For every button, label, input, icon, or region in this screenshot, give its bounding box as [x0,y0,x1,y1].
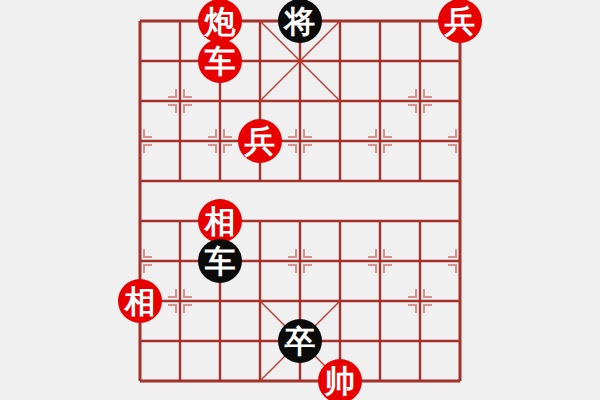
piece-red-soldier-1[interactable]: 兵 [438,0,482,43]
piece-label: 车 [205,46,236,77]
piece-red-cannon[interactable]: 炮 [198,0,242,43]
piece-black-general[interactable]: 将 [278,0,322,43]
piece-red-chariot[interactable]: 车 [198,39,242,83]
piece-label: 兵 [445,6,476,37]
piece-red-soldier-2[interactable]: 兵 [238,119,282,163]
piece-black-soldier[interactable]: 卒 [278,319,322,363]
piece-label: 炮 [205,6,236,37]
piece-label: 将 [285,6,316,37]
piece-red-elephant-1[interactable]: 相 [198,199,242,243]
piece-label: 卒 [285,326,316,357]
piece-black-chariot[interactable]: 车 [198,239,242,283]
piece-red-general[interactable]: 帅 [318,359,362,400]
piece-red-elephant-2[interactable]: 相 [118,279,162,323]
piece-label: 车 [205,246,236,277]
piece-label: 相 [205,206,236,237]
piece-label: 相 [125,286,156,317]
piece-label: 帅 [325,366,356,397]
piece-grid[interactable]: 炮车兵兵相相帅将车卒 [120,1,480,400]
xiangqi-board: 炮车兵兵相相帅将车卒 [0,0,600,400]
piece-label: 兵 [245,126,276,157]
